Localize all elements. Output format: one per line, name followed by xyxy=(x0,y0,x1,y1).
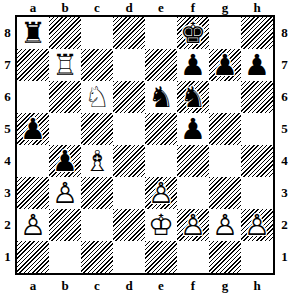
square-d8[interactable] xyxy=(113,17,145,49)
square-g1[interactable] xyxy=(209,241,241,273)
black-knight-f6[interactable]: ♞ xyxy=(177,81,209,113)
rank-label-6: 6 xyxy=(0,81,15,113)
white-piece-outline-glyph: ♙ xyxy=(177,209,209,241)
file-labels-bottom: abcdefgh xyxy=(17,278,273,293)
square-d1[interactable] xyxy=(113,241,145,273)
white-piece-outline-glyph: ♙ xyxy=(241,209,273,241)
black-piece-glyph: ♞ xyxy=(145,81,177,113)
square-g7[interactable]: ♟ xyxy=(209,49,241,81)
white-pawn-h2[interactable]: ♟♙ xyxy=(241,209,273,241)
square-e5[interactable] xyxy=(145,113,177,145)
file-label-f: f xyxy=(177,0,209,15)
rank-label-7: 7 xyxy=(0,49,15,81)
square-d3[interactable] xyxy=(113,177,145,209)
file-label-b: b xyxy=(49,278,81,293)
black-piece-glyph: ♟ xyxy=(177,113,209,145)
white-piece-outline-glyph: ♘ xyxy=(81,81,113,113)
square-a2[interactable]: ♟♙ xyxy=(17,209,49,241)
file-label-e: e xyxy=(145,0,177,15)
square-c3[interactable] xyxy=(81,177,113,209)
white-king-e2[interactable]: ♚♔ xyxy=(145,209,177,241)
rank-label-1: 1 xyxy=(0,241,15,273)
white-pawn-e3[interactable]: ♟♙ xyxy=(145,177,177,209)
chess-diagram: abcdefgh 87654321 ♜♚♜♖♟♟♟♞♘♞♞♟♟♟♝♗♟♙♟♙♟♙… xyxy=(0,0,295,295)
file-label-b: b xyxy=(49,0,81,15)
rank-label-5: 5 xyxy=(0,113,15,145)
rank-label-1: 1 xyxy=(277,241,292,273)
black-pawn-g7[interactable]: ♟ xyxy=(209,49,241,81)
file-labels-top: abcdefgh xyxy=(17,0,273,15)
rank-label-2: 2 xyxy=(277,209,292,241)
square-c4[interactable]: ♝♗ xyxy=(81,145,113,177)
square-e8[interactable] xyxy=(145,17,177,49)
black-pawn-b4[interactable]: ♟ xyxy=(49,145,81,177)
black-pawn-a5[interactable]: ♟ xyxy=(17,113,49,145)
square-e2[interactable]: ♚♔ xyxy=(145,209,177,241)
chess-board: ♜♚♜♖♟♟♟♞♘♞♞♟♟♟♝♗♟♙♟♙♟♙♚♔♟♙♟♙♟♙ xyxy=(15,15,275,275)
white-piece-outline-glyph: ♖ xyxy=(49,49,81,81)
square-c5[interactable] xyxy=(81,113,113,145)
square-f2[interactable]: ♟♙ xyxy=(177,209,209,241)
square-a4[interactable] xyxy=(17,145,49,177)
rank-label-2: 2 xyxy=(0,209,15,241)
square-h1[interactable] xyxy=(241,241,273,273)
square-d6[interactable] xyxy=(113,81,145,113)
square-b2[interactable] xyxy=(49,209,81,241)
file-label-a: a xyxy=(17,0,49,15)
white-piece-outline-glyph: ♔ xyxy=(145,209,177,241)
square-d2[interactable] xyxy=(113,209,145,241)
square-f3[interactable] xyxy=(177,177,209,209)
black-piece-glyph: ♟ xyxy=(17,113,49,145)
white-bishop-c4[interactable]: ♝♗ xyxy=(81,145,113,177)
file-label-a: a xyxy=(17,278,49,293)
file-label-d: d xyxy=(113,0,145,15)
square-f8[interactable]: ♚ xyxy=(177,17,209,49)
square-b5[interactable] xyxy=(49,113,81,145)
square-h3[interactable] xyxy=(241,177,273,209)
square-c1[interactable] xyxy=(81,241,113,273)
square-e4[interactable] xyxy=(145,145,177,177)
file-label-h: h xyxy=(241,278,273,293)
square-a8[interactable]: ♜ xyxy=(17,17,49,49)
black-pawn-f7[interactable]: ♟ xyxy=(177,49,209,81)
white-piece-outline-glyph: ♙ xyxy=(209,209,241,241)
rank-label-7: 7 xyxy=(277,49,292,81)
square-h4[interactable] xyxy=(241,145,273,177)
black-pawn-h7[interactable]: ♟ xyxy=(241,49,273,81)
file-label-c: c xyxy=(81,0,113,15)
square-f7[interactable]: ♟ xyxy=(177,49,209,81)
black-piece-glyph: ♜ xyxy=(17,17,49,49)
white-piece-outline-glyph: ♙ xyxy=(145,177,177,209)
square-h8[interactable] xyxy=(241,17,273,49)
white-pawn-b3[interactable]: ♟♙ xyxy=(49,177,81,209)
square-e6[interactable]: ♞ xyxy=(145,81,177,113)
file-label-g: g xyxy=(209,278,241,293)
black-piece-glyph: ♟ xyxy=(49,145,81,177)
rank-label-8: 8 xyxy=(277,17,292,49)
white-pawn-g2[interactable]: ♟♙ xyxy=(209,209,241,241)
file-label-f: f xyxy=(177,278,209,293)
rank-label-5: 5 xyxy=(277,113,292,145)
square-c2[interactable] xyxy=(81,209,113,241)
square-h7[interactable]: ♟ xyxy=(241,49,273,81)
square-b4[interactable]: ♟ xyxy=(49,145,81,177)
square-c8[interactable] xyxy=(81,17,113,49)
square-d5[interactable] xyxy=(113,113,145,145)
square-f5[interactable]: ♟ xyxy=(177,113,209,145)
rank-label-6: 6 xyxy=(277,81,292,113)
black-piece-glyph: ♞ xyxy=(177,81,209,113)
square-g6[interactable] xyxy=(209,81,241,113)
rank-labels-right: 87654321 xyxy=(277,17,292,273)
square-b3[interactable]: ♟♙ xyxy=(49,177,81,209)
square-f4[interactable] xyxy=(177,145,209,177)
file-label-d: d xyxy=(113,278,145,293)
rank-label-8: 8 xyxy=(0,17,15,49)
black-pawn-f5[interactable]: ♟ xyxy=(177,113,209,145)
square-b8[interactable] xyxy=(49,17,81,49)
square-a5[interactable]: ♟ xyxy=(17,113,49,145)
white-piece-outline-glyph: ♗ xyxy=(81,145,113,177)
square-h5[interactable] xyxy=(241,113,273,145)
square-f6[interactable]: ♞ xyxy=(177,81,209,113)
white-pawn-a2[interactable]: ♟♙ xyxy=(17,209,49,241)
square-d7[interactable] xyxy=(113,49,145,81)
square-g5[interactable] xyxy=(209,113,241,145)
square-e7[interactable] xyxy=(145,49,177,81)
square-g4[interactable] xyxy=(209,145,241,177)
white-piece-outline-glyph: ♙ xyxy=(17,209,49,241)
square-g8[interactable] xyxy=(209,17,241,49)
square-c7[interactable] xyxy=(81,49,113,81)
rank-label-4: 4 xyxy=(277,145,292,177)
square-g2[interactable]: ♟♙ xyxy=(209,209,241,241)
square-c6[interactable]: ♞♘ xyxy=(81,81,113,113)
file-label-e: e xyxy=(145,278,177,293)
rank-label-4: 4 xyxy=(0,145,15,177)
square-a3[interactable] xyxy=(17,177,49,209)
black-piece-glyph: ♚ xyxy=(177,17,209,49)
square-a1[interactable] xyxy=(17,241,49,273)
square-a6[interactable] xyxy=(17,81,49,113)
black-rook-a8[interactable]: ♜ xyxy=(17,17,49,49)
square-f1[interactable] xyxy=(177,241,209,273)
black-piece-glyph: ♟ xyxy=(177,49,209,81)
square-b1[interactable] xyxy=(49,241,81,273)
square-h6[interactable] xyxy=(241,81,273,113)
rank-label-3: 3 xyxy=(277,177,292,209)
black-knight-e6[interactable]: ♞ xyxy=(145,81,177,113)
square-e1[interactable] xyxy=(145,241,177,273)
file-label-h: h xyxy=(241,0,273,15)
square-a7[interactable] xyxy=(17,49,49,81)
rank-label-3: 3 xyxy=(0,177,15,209)
white-piece-outline-glyph: ♙ xyxy=(49,177,81,209)
square-d4[interactable] xyxy=(113,145,145,177)
black-piece-glyph: ♟ xyxy=(209,49,241,81)
white-pawn-f2[interactable]: ♟♙ xyxy=(177,209,209,241)
file-label-c: c xyxy=(81,278,113,293)
white-rook-b7[interactable]: ♜♖ xyxy=(49,49,81,81)
rank-labels-left: 87654321 xyxy=(0,17,15,273)
file-label-g: g xyxy=(209,0,241,15)
square-b7[interactable]: ♜♖ xyxy=(49,49,81,81)
square-b6[interactable] xyxy=(49,81,81,113)
black-king-f8[interactable]: ♚ xyxy=(177,17,209,49)
square-e3[interactable]: ♟♙ xyxy=(145,177,177,209)
square-h2[interactable]: ♟♙ xyxy=(241,209,273,241)
white-knight-c6[interactable]: ♞♘ xyxy=(81,81,113,113)
black-piece-glyph: ♟ xyxy=(241,49,273,81)
square-g3[interactable] xyxy=(209,177,241,209)
